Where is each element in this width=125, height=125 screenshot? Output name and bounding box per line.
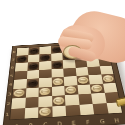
square-d1[interactable] — [52, 105, 66, 117]
dark-man-f8[interactable]: ⛂ — [74, 45, 84, 51]
light-man-c1[interactable]: ⛀ — [39, 107, 51, 116]
light-man-d2[interactable]: ⛀ — [53, 96, 64, 104]
light-man-a3[interactable]: ⛀ — [13, 89, 24, 97]
dark-man-a7[interactable]: ⛂ — [17, 56, 27, 63]
file-label-C: C — [38, 118, 52, 125]
dark-man-e7[interactable]: ⛂ — [63, 53, 73, 59]
dark-man-c7[interactable]: ⛂ — [40, 54, 50, 60]
file-label-H: H — [108, 113, 125, 125]
file-label-D: D — [52, 117, 67, 125]
dark-man-b6[interactable]: ⛂ — [28, 63, 38, 70]
light-man-h4[interactable]: ⛀ — [102, 75, 114, 83]
light-man-e3[interactable]: ⛀ — [65, 86, 76, 94]
square-c1[interactable]: ⛀ — [38, 106, 52, 118]
board-rotation-wrapper: 87654321 ⛂⛂⛂⛂⛂⛂⛂⛂⛂⛂⛂⛀⛀⛀⛀⛀⛀⛀⛀⛀ ABCDEFGH — [0, 0, 125, 125]
checkers-board-grid: ⛂⛂⛂⛂⛂⛂⛂⛂⛂⛂⛂⛀⛀⛀⛀⛀⛀⛀⛀⛀ — [10, 43, 122, 120]
light-man-c3[interactable]: ⛀ — [40, 88, 51, 96]
dark-man-b8[interactable]: ⛂ — [29, 48, 39, 54]
dark-man-g7[interactable]: ⛂ — [86, 52, 97, 58]
dark-man-d8[interactable]: ⛂ — [52, 46, 62, 52]
file-label-A: A — [9, 119, 24, 125]
wooden-folding-board: 87654321 ⛂⛂⛂⛂⛂⛂⛂⛂⛂⛂⛂⛀⛀⛀⛀⛀⛀⛀⛀⛀ ABCDEFGH — [2, 40, 125, 125]
light-man-g3[interactable]: ⛀ — [91, 84, 103, 92]
file-label-E: E — [66, 116, 81, 125]
square-b1[interactable] — [24, 107, 38, 119]
file-label-B: B — [23, 119, 38, 125]
photo-background: 87654321 ⛂⛂⛂⛂⛂⛂⛂⛂⛂⛂⛂⛀⛀⛀⛀⛀⛀⛀⛀⛀ ABCDEFGH ⛀ — [0, 0, 125, 125]
square-e1[interactable] — [65, 104, 80, 116]
dark-man-h8[interactable]: ⛂ — [96, 44, 106, 50]
light-man-d4[interactable]: ⛀ — [52, 78, 63, 86]
light-man-f4[interactable]: ⛀ — [77, 76, 88, 84]
square-a1[interactable] — [10, 108, 25, 120]
dark-man-b4[interactable]: ⛂ — [27, 79, 38, 87]
dark-man-d6[interactable]: ⛂ — [52, 61, 62, 68]
